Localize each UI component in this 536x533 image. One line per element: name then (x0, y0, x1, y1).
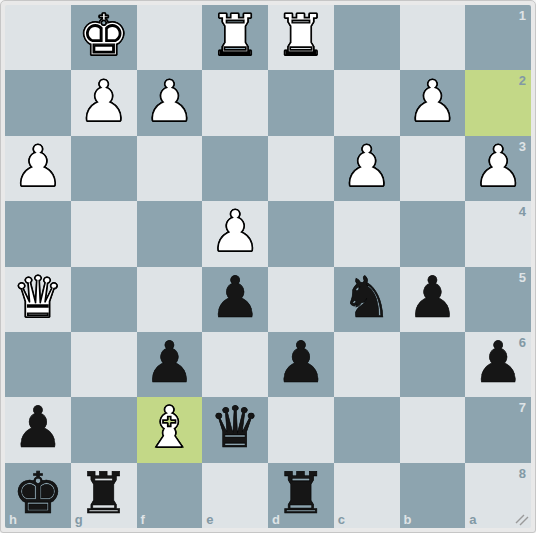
black-knight-c5[interactable]: ♞ (341, 269, 392, 326)
square-e7[interactable]: ♛ (202, 397, 268, 462)
square-g1[interactable]: ♚ (71, 5, 137, 70)
rank-label-4: 4 (519, 205, 526, 218)
square-b6[interactable] (400, 332, 466, 397)
black-pawn-d6[interactable]: ♟ (275, 334, 326, 391)
square-c7[interactable] (334, 397, 400, 462)
square-h3[interactable]: ♟ (5, 136, 71, 201)
square-b8[interactable]: b (400, 463, 466, 528)
square-b1[interactable] (400, 5, 466, 70)
square-f4[interactable] (137, 201, 203, 266)
square-a7[interactable]: 7 (465, 397, 531, 462)
square-b3[interactable] (400, 136, 466, 201)
square-e3[interactable] (202, 136, 268, 201)
rank-label-5: 5 (519, 271, 526, 284)
square-e6[interactable] (202, 332, 268, 397)
black-rook-g8[interactable]: ♜ (78, 465, 129, 522)
square-b5[interactable]: ♟ (400, 267, 466, 332)
white-pawn-e4[interactable]: ♟ (210, 203, 261, 260)
square-c8[interactable]: c (334, 463, 400, 528)
file-label-b: b (404, 513, 412, 526)
black-queen-e7[interactable]: ♛ (210, 399, 261, 456)
white-pawn-f2[interactable]: ♟ (144, 73, 195, 130)
square-d2[interactable] (268, 70, 334, 135)
rank-label-2: 2 (519, 74, 526, 87)
square-d3[interactable] (268, 136, 334, 201)
white-king-g1[interactable]: ♚ (78, 7, 129, 64)
square-c2[interactable] (334, 70, 400, 135)
chess-board[interactable]: ♚♜♜1♟♟♟2♟♟♟3♟4♛♟♞♟5♟♟♟6♟♝♛7♚h♜gfe♜dcb8a (5, 5, 531, 528)
white-bishop-f7[interactable]: ♝ (144, 399, 195, 456)
square-g4[interactable] (71, 201, 137, 266)
white-rook-d1[interactable]: ♜ (275, 7, 326, 64)
white-pawn-a3[interactable]: ♟ (473, 138, 524, 195)
square-g3[interactable] (71, 136, 137, 201)
square-g8[interactable]: ♜g (71, 463, 137, 528)
square-b2[interactable]: ♟ (400, 70, 466, 135)
square-b4[interactable] (400, 201, 466, 266)
square-a5[interactable]: 5 (465, 267, 531, 332)
square-a6[interactable]: ♟6 (465, 332, 531, 397)
square-e2[interactable] (202, 70, 268, 135)
square-h8[interactable]: ♚h (5, 463, 71, 528)
square-g5[interactable] (71, 267, 137, 332)
file-label-c: c (338, 513, 345, 526)
square-d8[interactable]: ♜d (268, 463, 334, 528)
square-f6[interactable]: ♟ (137, 332, 203, 397)
square-e8[interactable]: e (202, 463, 268, 528)
file-label-e: e (206, 513, 213, 526)
square-h7[interactable]: ♟ (5, 397, 71, 462)
black-pawn-b5[interactable]: ♟ (407, 269, 458, 326)
rank-label-7: 7 (519, 401, 526, 414)
black-pawn-a6[interactable]: ♟ (473, 334, 524, 391)
square-c4[interactable] (334, 201, 400, 266)
square-g7[interactable] (71, 397, 137, 462)
square-a4[interactable]: 4 (465, 201, 531, 266)
square-g6[interactable] (71, 332, 137, 397)
square-d1[interactable]: ♜ (268, 5, 334, 70)
white-queen-h5[interactable]: ♛ (12, 269, 63, 326)
square-h2[interactable] (5, 70, 71, 135)
square-e1[interactable]: ♜ (202, 5, 268, 70)
square-f1[interactable] (137, 5, 203, 70)
square-h5[interactable]: ♛ (5, 267, 71, 332)
square-e4[interactable]: ♟ (202, 201, 268, 266)
square-d4[interactable] (268, 201, 334, 266)
square-f5[interactable] (137, 267, 203, 332)
black-king-h8[interactable]: ♚ (12, 465, 63, 522)
square-a3[interactable]: ♟3 (465, 136, 531, 201)
square-d6[interactable]: ♟ (268, 332, 334, 397)
rank-label-8: 8 (519, 467, 526, 480)
white-pawn-b2[interactable]: ♟ (407, 73, 458, 130)
square-h4[interactable] (5, 201, 71, 266)
square-g2[interactable]: ♟ (71, 70, 137, 135)
black-pawn-e5[interactable]: ♟ (210, 269, 261, 326)
white-pawn-c3[interactable]: ♟ (341, 138, 392, 195)
square-f2[interactable]: ♟ (137, 70, 203, 135)
black-rook-d8[interactable]: ♜ (275, 465, 326, 522)
black-pawn-h7[interactable]: ♟ (12, 399, 63, 456)
black-pawn-f6[interactable]: ♟ (144, 334, 195, 391)
square-a8[interactable]: 8a (465, 463, 531, 528)
white-pawn-h3[interactable]: ♟ (12, 138, 63, 195)
board-frame: ♚♜♜1♟♟♟2♟♟♟3♟4♛♟♞♟5♟♟♟6♟♝♛7♚h♜gfe♜dcb8a (0, 0, 536, 533)
square-f3[interactable] (137, 136, 203, 201)
square-h6[interactable] (5, 332, 71, 397)
square-e5[interactable]: ♟ (202, 267, 268, 332)
square-c5[interactable]: ♞ (334, 267, 400, 332)
square-f7[interactable]: ♝ (137, 397, 203, 462)
file-label-a: a (469, 513, 476, 526)
resize-handle-icon[interactable] (515, 512, 529, 526)
square-c1[interactable] (334, 5, 400, 70)
white-rook-e1[interactable]: ♜ (210, 7, 261, 64)
square-d7[interactable] (268, 397, 334, 462)
rank-label-1: 1 (519, 9, 526, 22)
square-f8[interactable]: f (137, 463, 203, 528)
file-label-f: f (141, 513, 145, 526)
square-a1[interactable]: 1 (465, 5, 531, 70)
square-b7[interactable] (400, 397, 466, 462)
square-h1[interactable] (5, 5, 71, 70)
square-d5[interactable] (268, 267, 334, 332)
square-c6[interactable] (334, 332, 400, 397)
square-c3[interactable]: ♟ (334, 136, 400, 201)
white-pawn-g2[interactable]: ♟ (78, 73, 129, 130)
square-a2[interactable]: 2 (465, 70, 531, 135)
